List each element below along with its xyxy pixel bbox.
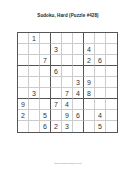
cell-r3c6: [73, 55, 84, 66]
cell-r8c2: [29, 110, 40, 121]
cell-r7c7: [84, 99, 95, 110]
sudoku-sheet: Sudoku, Hard (Puzzle #428) 1347266393748…: [0, 0, 136, 176]
cell-r4c5: [62, 66, 73, 77]
cell-r7c5: 4: [62, 99, 73, 110]
cell-r4c4: 6: [51, 66, 62, 77]
cell-r2c2: [29, 44, 40, 55]
cell-r8c3: 5: [40, 110, 51, 121]
cell-r2c6: [73, 44, 84, 55]
cell-r3c1: [18, 55, 29, 66]
cell-r8c8: 4: [95, 110, 106, 121]
cell-r5c8: [95, 77, 106, 88]
cell-r3c7: 2: [84, 55, 95, 66]
cell-r2c7: 4: [84, 44, 95, 55]
cell-r2c1: [18, 44, 29, 55]
cell-r3c9: [106, 55, 117, 66]
cell-r8c4: [51, 110, 62, 121]
cell-r7c3: [40, 99, 51, 110]
cell-r1c3: [40, 33, 51, 44]
cell-r6c9: [106, 88, 117, 99]
cell-r7c9: [106, 99, 117, 110]
cell-r5c4: [51, 77, 62, 88]
cell-r2c4: 3: [51, 44, 62, 55]
cell-r5c7: 9: [84, 77, 95, 88]
cell-r2c3: [40, 44, 51, 55]
cell-r1c5: [62, 33, 73, 44]
cell-r3c2: [29, 55, 40, 66]
cell-r5c6: 3: [73, 77, 84, 88]
cell-r6c2: 3: [29, 88, 40, 99]
cell-r9c3: 6: [40, 121, 51, 132]
cell-r4c9: [106, 66, 117, 77]
cell-r9c4: 2: [51, 121, 62, 132]
cell-r9c9: [106, 121, 117, 132]
sudoku-grid: 1347266393748974259646235: [17, 32, 118, 133]
cell-r7c2: [29, 99, 40, 110]
cell-r5c9: [106, 77, 117, 88]
cell-r4c6: [73, 66, 84, 77]
cell-r9c8: 5: [95, 121, 106, 132]
cell-r9c1: [18, 121, 29, 132]
cell-r4c2: [29, 66, 40, 77]
cell-r1c8: [95, 33, 106, 44]
cell-r1c4: [51, 33, 62, 44]
cell-r9c6: [73, 121, 84, 132]
cell-r5c1: [18, 77, 29, 88]
cell-r3c4: [51, 55, 62, 66]
puzzle-title: Sudoku, Hard (Puzzle #428): [0, 13, 136, 19]
cell-r8c5: 9: [62, 110, 73, 121]
cell-r5c2: [29, 77, 40, 88]
cell-r4c1: [18, 66, 29, 77]
cell-r8c9: [106, 110, 117, 121]
cell-r1c9: [106, 33, 117, 44]
cell-r5c3: [40, 77, 51, 88]
cell-r2c9: [106, 44, 117, 55]
cell-r9c7: [84, 121, 95, 132]
cell-r5c5: [62, 77, 73, 88]
cell-r8c1: 2: [18, 110, 29, 121]
cell-r3c8: 6: [95, 55, 106, 66]
cell-r6c5: 7: [62, 88, 73, 99]
cell-r2c8: [95, 44, 106, 55]
cell-r6c8: [95, 88, 106, 99]
cell-r6c7: 8: [84, 88, 95, 99]
cell-r4c7: [84, 66, 95, 77]
cell-r3c5: [62, 55, 73, 66]
cell-r9c5: 3: [62, 121, 73, 132]
cell-r6c3: [40, 88, 51, 99]
cell-r7c4: 7: [51, 99, 62, 110]
cell-r7c6: [73, 99, 84, 110]
cell-r8c6: 6: [73, 110, 84, 121]
cell-r1c7: [84, 33, 95, 44]
cell-r9c2: [29, 121, 40, 132]
cell-r4c8: [95, 66, 106, 77]
cell-r4c3: [40, 66, 51, 77]
cell-r3c3: 7: [40, 55, 51, 66]
cell-r7c8: [95, 99, 106, 110]
cell-r1c1: [18, 33, 29, 44]
cell-r7c1: 9: [18, 99, 29, 110]
cell-r2c5: [62, 44, 73, 55]
cell-r8c7: [84, 110, 95, 121]
footer-url: www.printmysudoku.com: [0, 162, 136, 166]
cell-r6c1: [18, 88, 29, 99]
cell-r6c4: [51, 88, 62, 99]
cell-r1c6: [73, 33, 84, 44]
cell-r1c2: 1: [29, 33, 40, 44]
cell-r6c6: 4: [73, 88, 84, 99]
